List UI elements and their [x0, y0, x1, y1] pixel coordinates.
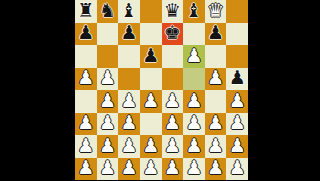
- square-d4[interactable]: ♟: [140, 90, 162, 113]
- square-d8[interactable]: [140, 0, 162, 23]
- white-pawn-icon: ♟: [164, 158, 181, 177]
- square-a7[interactable]: ♟: [75, 23, 97, 46]
- square-e5[interactable]: [162, 68, 184, 91]
- white-pawn-icon: ♟: [185, 113, 202, 132]
- square-a1[interactable]: ♟: [75, 158, 97, 181]
- black-bishop-icon: ♝: [185, 1, 202, 20]
- white-pawn-icon: ♟: [99, 113, 116, 132]
- square-b4[interactable]: ♟: [97, 90, 119, 113]
- square-g8[interactable]: ♛: [205, 0, 227, 23]
- white-pawn-icon: ♟: [77, 158, 94, 177]
- square-c2[interactable]: ♟: [118, 135, 140, 158]
- white-pawn-icon: ♟: [207, 68, 224, 87]
- square-d5[interactable]: [140, 68, 162, 91]
- square-g1[interactable]: ♟: [205, 158, 227, 181]
- square-a2[interactable]: ♟: [75, 135, 97, 158]
- square-f3[interactable]: ♟: [183, 113, 205, 136]
- square-a3[interactable]: ♟: [75, 113, 97, 136]
- square-d3[interactable]: [140, 113, 162, 136]
- black-king-icon: ♚: [164, 23, 181, 42]
- black-pawn-icon: ♟: [229, 68, 246, 87]
- white-pawn-icon: ♟: [164, 113, 181, 132]
- square-e4[interactable]: ♟: [162, 90, 184, 113]
- square-h4[interactable]: ♟: [226, 90, 248, 113]
- white-pawn-icon: ♟: [207, 158, 224, 177]
- square-b1[interactable]: ♟: [97, 158, 119, 181]
- black-pawn-icon: ♟: [77, 23, 94, 42]
- black-bishop-icon: ♝: [121, 1, 138, 20]
- square-f6[interactable]: ♟: [183, 45, 205, 68]
- square-c4[interactable]: ♟: [118, 90, 140, 113]
- square-a4[interactable]: [75, 90, 97, 113]
- white-pawn-icon: ♟: [185, 91, 202, 110]
- square-e3[interactable]: ♟: [162, 113, 184, 136]
- square-c1[interactable]: ♟: [118, 158, 140, 181]
- square-f2[interactable]: ♟: [183, 135, 205, 158]
- square-c7[interactable]: ♟: [118, 23, 140, 46]
- square-e2[interactable]: ♟: [162, 135, 184, 158]
- white-pawn-icon: ♟: [229, 136, 246, 155]
- white-pawn-icon: ♟: [229, 91, 246, 110]
- square-g3[interactable]: ♟: [205, 113, 227, 136]
- square-f1[interactable]: ♟: [183, 158, 205, 181]
- white-pawn-icon: ♟: [142, 136, 159, 155]
- square-b7[interactable]: [97, 23, 119, 46]
- white-pawn-icon: ♟: [99, 136, 116, 155]
- square-g5[interactable]: ♟: [205, 68, 227, 91]
- white-pawn-icon: ♟: [99, 158, 116, 177]
- white-pawn-icon: ♟: [121, 91, 138, 110]
- square-c8[interactable]: ♝: [118, 0, 140, 23]
- white-queen-icon: ♛: [207, 1, 224, 20]
- square-b8[interactable]: ♞: [97, 0, 119, 23]
- white-pawn-icon: ♟: [185, 46, 202, 65]
- square-c6[interactable]: [118, 45, 140, 68]
- white-pawn-icon: ♟: [207, 136, 224, 155]
- square-b2[interactable]: ♟: [97, 135, 119, 158]
- white-pawn-icon: ♟: [229, 158, 246, 177]
- white-pawn-icon: ♟: [164, 136, 181, 155]
- white-pawn-icon: ♟: [77, 113, 94, 132]
- square-b5[interactable]: ♟: [97, 68, 119, 91]
- square-e8[interactable]: ♛: [162, 0, 184, 23]
- white-pawn-icon: ♟: [185, 136, 202, 155]
- white-pawn-icon: ♟: [142, 91, 159, 110]
- black-pawn-icon: ♟: [207, 23, 224, 42]
- white-pawn-icon: ♟: [185, 158, 202, 177]
- white-pawn-icon: ♟: [142, 158, 159, 177]
- white-pawn-icon: ♟: [121, 113, 138, 132]
- black-pawn-icon: ♟: [121, 23, 138, 42]
- square-c5[interactable]: [118, 68, 140, 91]
- white-pawn-icon: ♟: [77, 136, 94, 155]
- white-pawn-icon: ♟: [99, 68, 116, 87]
- square-h1[interactable]: ♟: [226, 158, 248, 181]
- square-a5[interactable]: ♟: [75, 68, 97, 91]
- square-g6[interactable]: [205, 45, 227, 68]
- square-f8[interactable]: ♝: [183, 0, 205, 23]
- square-h7[interactable]: [226, 23, 248, 46]
- square-h2[interactable]: ♟: [226, 135, 248, 158]
- chess-board: ♜♞♝♛♝♛♟♟♚♟♟♟♟♟♟♟♟♟♟♟♟♟♟♟♟♟♟♟♟♟♟♟♟♟♟♟♟♟♟♟…: [75, 0, 248, 180]
- square-d2[interactable]: ♟: [140, 135, 162, 158]
- square-b6[interactable]: [97, 45, 119, 68]
- black-knight-icon: ♞: [99, 1, 116, 20]
- square-e6[interactable]: [162, 45, 184, 68]
- square-c3[interactable]: ♟: [118, 113, 140, 136]
- white-pawn-icon: ♟: [164, 91, 181, 110]
- square-g4[interactable]: [205, 90, 227, 113]
- square-d7[interactable]: [140, 23, 162, 46]
- square-a6[interactable]: [75, 45, 97, 68]
- square-h8[interactable]: [226, 0, 248, 23]
- white-pawn-icon: ♟: [99, 91, 116, 110]
- square-g2[interactable]: ♟: [205, 135, 227, 158]
- square-e1[interactable]: ♟: [162, 158, 184, 181]
- square-d1[interactable]: ♟: [140, 158, 162, 181]
- square-f5[interactable]: [183, 68, 205, 91]
- square-f7[interactable]: [183, 23, 205, 46]
- square-b3[interactable]: ♟: [97, 113, 119, 136]
- square-f4[interactable]: ♟: [183, 90, 205, 113]
- white-pawn-icon: ♟: [121, 136, 138, 155]
- white-pawn-icon: ♟: [121, 158, 138, 177]
- white-pawn-icon: ♟: [77, 68, 94, 87]
- square-a8[interactable]: ♜: [75, 0, 97, 23]
- square-g7[interactable]: ♟: [205, 23, 227, 46]
- square-h3[interactable]: ♟: [226, 113, 248, 136]
- letterbox-left: [0, 0, 75, 180]
- black-rook-icon: ♜: [77, 1, 94, 20]
- video-frame: ♜♞♝♛♝♛♟♟♚♟♟♟♟♟♟♟♟♟♟♟♟♟♟♟♟♟♟♟♟♟♟♟♟♟♟♟♟♟♟♟…: [0, 0, 320, 180]
- white-pawn-icon: ♟: [207, 113, 224, 132]
- square-d6[interactable]: ♟: [140, 45, 162, 68]
- square-h5[interactable]: ♟: [226, 68, 248, 91]
- square-e7[interactable]: ♚: [162, 23, 184, 46]
- black-queen-icon: ♛: [164, 1, 181, 20]
- black-pawn-icon: ♟: [142, 46, 159, 65]
- white-pawn-icon: ♟: [229, 113, 246, 132]
- square-h6[interactable]: [226, 45, 248, 68]
- letterbox-right: [248, 0, 320, 180]
